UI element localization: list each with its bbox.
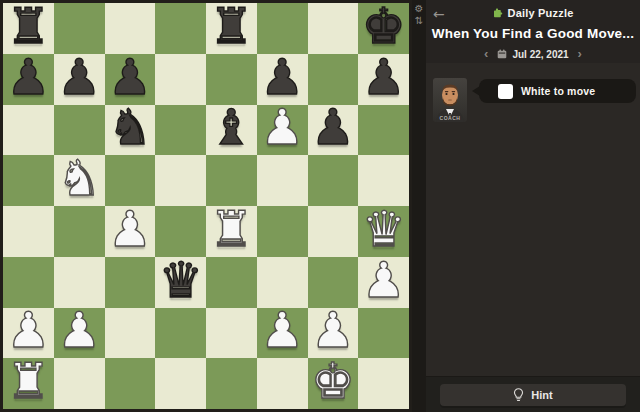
square-h5[interactable] (358, 155, 409, 206)
square-f1[interactable] (257, 358, 308, 409)
square-f7[interactable]: ♟ (257, 54, 308, 105)
square-g7[interactable] (308, 54, 359, 105)
square-c6[interactable]: ♞ (105, 105, 156, 156)
square-d2[interactable] (155, 308, 206, 359)
piece-black-knight[interactable]: ♞ (108, 103, 152, 152)
square-g5[interactable] (308, 155, 359, 206)
sidebar-header: ← Daily Puzzle When You Find a Good Move… (426, 0, 640, 63)
square-a4[interactable] (3, 206, 54, 257)
square-d3[interactable]: ♛ (155, 257, 206, 308)
square-d6[interactable] (155, 105, 206, 156)
piece-black-bishop[interactable]: ♝ (209, 103, 253, 152)
square-b3[interactable] (54, 257, 105, 308)
square-d5[interactable] (155, 155, 206, 206)
square-c4[interactable]: ♟ (105, 206, 156, 257)
lightbulb-icon (513, 388, 524, 402)
square-f5[interactable] (257, 155, 308, 206)
puzzle-sidebar: ← Daily Puzzle When You Find a Good Move… (426, 0, 640, 412)
hint-label: Hint (531, 389, 552, 401)
square-e4[interactable]: ♜ (206, 206, 257, 257)
square-d8[interactable] (155, 3, 206, 54)
piece-white-queen[interactable]: ♛ (362, 205, 406, 254)
piece-white-pawn[interactable]: ♟ (108, 205, 152, 254)
square-e5[interactable] (206, 155, 257, 206)
square-c8[interactable] (105, 3, 156, 54)
piece-black-pawn[interactable]: ♟ (260, 53, 304, 102)
square-c1[interactable] (105, 358, 156, 409)
piece-white-pawn[interactable]: ♟ (260, 306, 304, 355)
coach-row: COACH White to move (433, 78, 636, 122)
square-a2[interactable]: ♟ (3, 308, 54, 359)
white-side-swatch (498, 84, 513, 99)
sidebar-footer: Hint (426, 376, 640, 412)
square-h2[interactable] (358, 308, 409, 359)
square-b7[interactable]: ♟ (54, 54, 105, 105)
puzzle-name: When You Find a Good Move... (432, 26, 634, 41)
square-f6[interactable]: ♟ (257, 105, 308, 156)
square-c3[interactable] (105, 257, 156, 308)
square-c5[interactable] (105, 155, 156, 206)
square-g2[interactable]: ♟ (308, 308, 359, 359)
puzzle-date: Jul 22, 2021 (512, 49, 568, 60)
piece-black-pawn[interactable]: ♟ (362, 53, 406, 102)
square-g4[interactable] (308, 206, 359, 257)
daily-puzzle-heading: Daily Puzzle (493, 7, 574, 19)
piece-white-pawn[interactable]: ♟ (311, 306, 355, 355)
piece-black-pawn[interactable]: ♟ (311, 103, 355, 152)
square-a5[interactable] (3, 155, 54, 206)
square-d4[interactable] (155, 206, 206, 257)
square-f3[interactable] (257, 257, 308, 308)
square-e2[interactable] (206, 308, 257, 359)
square-h4[interactable]: ♛ (358, 206, 409, 257)
square-c7[interactable]: ♟ (105, 54, 156, 105)
piece-white-rook[interactable]: ♜ (6, 357, 50, 406)
status-text: White to move (521, 85, 595, 97)
square-d7[interactable] (155, 54, 206, 105)
square-c2[interactable] (105, 308, 156, 359)
prev-puzzle-chevron[interactable]: ‹ (484, 48, 488, 60)
square-f4[interactable] (257, 206, 308, 257)
coach-avatar: COACH (433, 78, 467, 122)
square-d1[interactable] (155, 358, 206, 409)
square-b6[interactable] (54, 105, 105, 156)
square-h3[interactable]: ♟ (358, 257, 409, 308)
square-h8[interactable]: ♚ (358, 3, 409, 54)
square-g6[interactable]: ♟ (308, 105, 359, 156)
square-h1[interactable] (358, 358, 409, 409)
board-toolbar: ⚙ ⇅ (412, 0, 426, 412)
chess-board[interactable]: ♜♜♚♟♟♟♟♟♞♝♟♟♞♟♜♛♛♟♟♟♟♟♜♚ (3, 3, 409, 409)
sidebar-title: Daily Puzzle (508, 7, 574, 19)
piece-white-knight[interactable]: ♞ (57, 154, 101, 203)
piece-black-rook[interactable]: ♜ (209, 2, 253, 51)
square-e3[interactable] (206, 257, 257, 308)
square-a6[interactable] (3, 105, 54, 156)
settings-gear-icon[interactable]: ⚙ (415, 3, 424, 14)
piece-white-pawn[interactable]: ♟ (6, 306, 50, 355)
square-g1[interactable]: ♚ (308, 358, 359, 409)
piece-white-rook[interactable]: ♜ (209, 205, 253, 254)
flip-board-icon[interactable]: ⇅ (415, 15, 423, 26)
square-e8[interactable]: ♜ (206, 3, 257, 54)
date-picker[interactable]: Jul 22, 2021 (497, 49, 568, 60)
square-g8[interactable] (308, 3, 359, 54)
sidebar-body: COACH White to move (426, 63, 640, 376)
piece-black-rook[interactable]: ♜ (6, 2, 50, 51)
square-h6[interactable] (358, 105, 409, 156)
square-a7[interactable]: ♟ (3, 54, 54, 105)
piece-white-king[interactable]: ♚ (311, 357, 355, 406)
square-h7[interactable]: ♟ (358, 54, 409, 105)
square-e6[interactable]: ♝ (206, 105, 257, 156)
hint-button[interactable]: Hint (440, 384, 626, 406)
status-bubble: White to move (479, 79, 636, 103)
date-navigation: ‹ Jul 22, 2021 › (484, 48, 582, 60)
piece-black-pawn[interactable]: ♟ (6, 53, 50, 102)
piece-black-pawn[interactable]: ♟ (108, 53, 152, 102)
square-b8[interactable] (54, 3, 105, 54)
square-b2[interactable]: ♟ (54, 308, 105, 359)
back-arrow-icon[interactable]: ← (433, 6, 445, 22)
board-frame: ♜♜♚♟♟♟♟♟♞♝♟♟♞♟♜♛♛♟♟♟♟♟♜♚ (0, 0, 412, 412)
puzzle-piece-icon (493, 8, 503, 18)
piece-white-pawn[interactable]: ♟ (362, 256, 406, 305)
square-f2[interactable]: ♟ (257, 308, 308, 359)
square-e1[interactable] (206, 358, 257, 409)
square-a8[interactable]: ♜ (3, 3, 54, 54)
square-b4[interactable] (54, 206, 105, 257)
piece-black-king[interactable]: ♚ (362, 2, 406, 51)
square-e7[interactable] (206, 54, 257, 105)
piece-black-pawn[interactable]: ♟ (57, 53, 101, 102)
piece-white-pawn[interactable]: ♟ (260, 103, 304, 152)
daily-puzzle-app: ♜♜♚♟♟♟♟♟♞♝♟♟♞♟♜♛♛♟♟♟♟♟♜♚ ⚙ ⇅ ← Daily Puz… (0, 0, 640, 412)
piece-black-queen[interactable]: ♛ (159, 256, 203, 305)
calendar-icon (497, 49, 507, 59)
square-a3[interactable] (3, 257, 54, 308)
square-b5[interactable]: ♞ (54, 155, 105, 206)
square-g3[interactable] (308, 257, 359, 308)
square-a1[interactable]: ♜ (3, 358, 54, 409)
next-puzzle-chevron[interactable]: › (578, 48, 582, 60)
coach-label: COACH (433, 115, 467, 121)
square-b1[interactable] (54, 358, 105, 409)
piece-white-pawn[interactable]: ♟ (57, 306, 101, 355)
square-f8[interactable] (257, 3, 308, 54)
